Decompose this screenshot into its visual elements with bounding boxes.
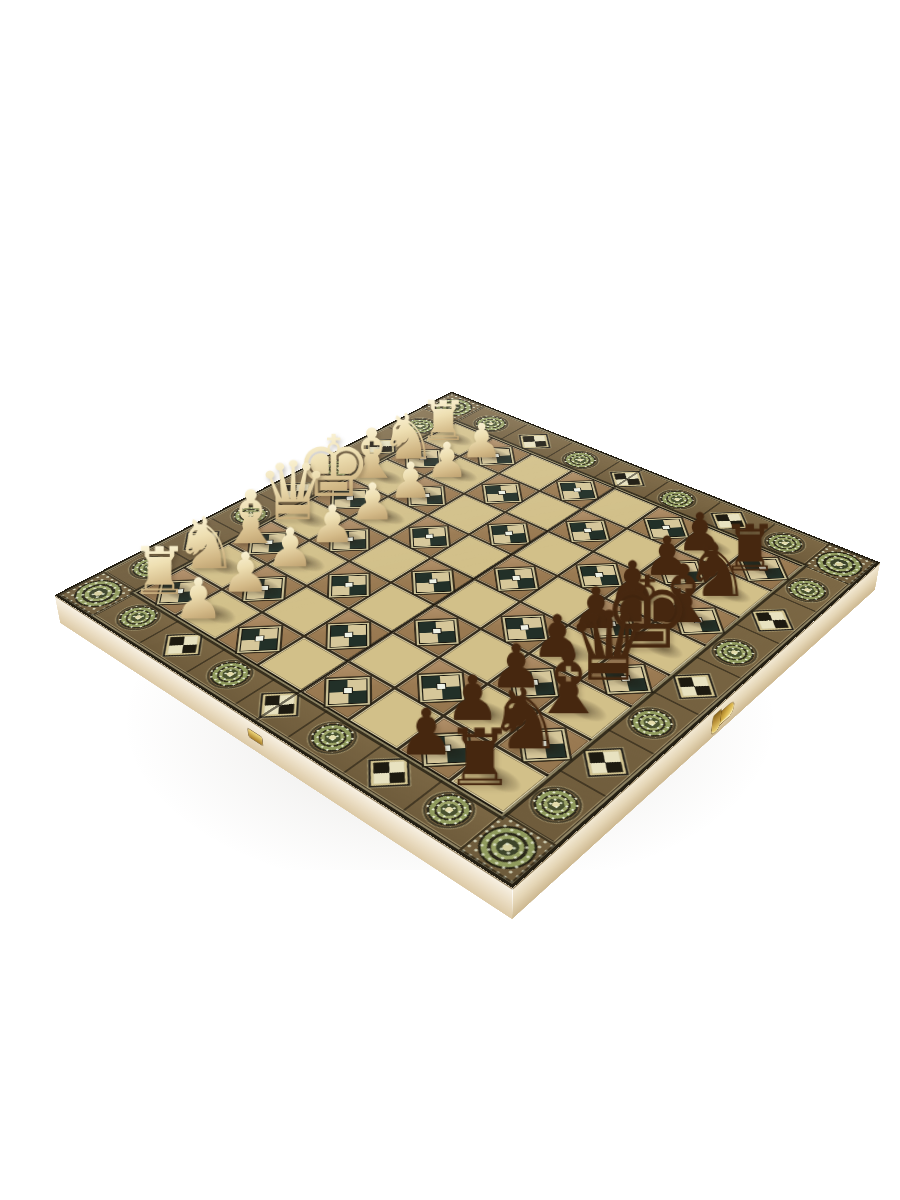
square xyxy=(303,663,392,719)
border-rosette-medallion xyxy=(705,635,762,670)
border-diamond-medallion xyxy=(752,610,791,630)
border-rosette-medallion xyxy=(620,703,681,743)
border-diamond-medallion xyxy=(585,749,626,775)
board-top-face: ♜♟♟♜♞♟♟♞♝♟♟♝♚♟♟♚♛♟♟♛♝♟♟♝♞♟♟♞♜♟♟♜ xyxy=(55,392,881,888)
white-pawn: ♟ xyxy=(309,501,356,549)
border-diamond-medallion xyxy=(165,634,201,655)
black-rook: ♜ xyxy=(444,722,515,794)
white-pawn: ♟ xyxy=(173,573,224,625)
chess-box: ♜♟♟♜♞♟♟♞♝♟♟♝♚♟♟♚♛♟♟♛♝♟♟♝♞♟♟♞♜♟♟♜ xyxy=(55,392,881,888)
border-diamond-medallion xyxy=(521,435,549,448)
border-diamond-medallion xyxy=(371,759,408,785)
scene: ♜♟♟♜♞♟♟♞♝♟♟♝♚♟♟♚♛♟♟♛♝♟♟♝♞♟♟♞♜♟♟♜ xyxy=(0,0,900,1200)
border-diamond-medallion xyxy=(282,483,310,498)
border-diamond-medallion xyxy=(186,532,218,549)
white-pawn: ♟ xyxy=(349,479,395,526)
border-rosette-medallion xyxy=(780,575,834,606)
board-field: ♜♟♟♜♞♟♟♞♝♟♟♝♚♟♟♚♛♟♟♛♝♟♟♝♞♟♟♞♜♟♟♜ xyxy=(136,422,802,814)
hinge-pin xyxy=(248,728,263,745)
product-photo: ♜♟♟♜♞♟♟♞♝♟♟♝♚♟♟♚♛♟♟♛♝♟♟♝♞♟♟♞♜♟♟♜ xyxy=(0,0,900,1200)
white-pawn: ♟ xyxy=(221,548,270,599)
border-diamond-medallion xyxy=(367,440,393,453)
white-pawn: ♟ xyxy=(266,524,314,573)
border-diamond-medallion xyxy=(674,675,714,697)
border-diamond-medallion xyxy=(612,472,643,486)
